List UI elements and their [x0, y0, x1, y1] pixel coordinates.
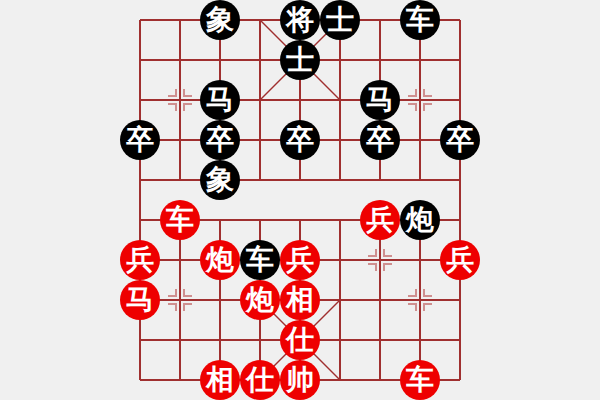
piece-black-soldier[interactable]: 卒: [360, 120, 400, 160]
xiangqi-board: 象将士车士马马卒卒卒卒卒象车兵炮兵炮车兵兵马炮相仕相仕帅车: [0, 0, 600, 400]
piece-red-horse[interactable]: 马: [120, 280, 160, 320]
piece-black-chariot[interactable]: 车: [400, 0, 440, 40]
piece-black-cannon[interactable]: 炮: [400, 200, 440, 240]
piece-black-elephant[interactable]: 象: [200, 160, 240, 200]
piece-black-soldier[interactable]: 卒: [440, 120, 480, 160]
piece-red-soldier[interactable]: 兵: [440, 240, 480, 280]
piece-black-general[interactable]: 将: [280, 0, 320, 40]
piece-red-chariot[interactable]: 车: [400, 360, 440, 400]
piece-black-soldier[interactable]: 卒: [200, 120, 240, 160]
piece-black-advisor[interactable]: 士: [320, 0, 360, 40]
piece-red-advisor[interactable]: 仕: [280, 320, 320, 360]
piece-red-soldier[interactable]: 兵: [120, 240, 160, 280]
piece-red-advisor[interactable]: 仕: [240, 360, 280, 400]
piece-red-cannon[interactable]: 炮: [200, 240, 240, 280]
piece-red-soldier[interactable]: 兵: [280, 240, 320, 280]
piece-black-soldier[interactable]: 卒: [120, 120, 160, 160]
piece-red-elephant[interactable]: 相: [280, 280, 320, 320]
piece-red-cannon[interactable]: 炮: [240, 280, 280, 320]
piece-red-king[interactable]: 帅: [280, 360, 320, 400]
piece-red-elephant[interactable]: 相: [200, 360, 240, 400]
piece-black-advisor[interactable]: 士: [280, 40, 320, 80]
piece-red-chariot[interactable]: 车: [160, 200, 200, 240]
piece-red-soldier[interactable]: 兵: [360, 200, 400, 240]
piece-black-soldier[interactable]: 卒: [280, 120, 320, 160]
piece-black-horse[interactable]: 马: [200, 80, 240, 120]
piece-black-elephant[interactable]: 象: [200, 0, 240, 40]
piece-black-chariot[interactable]: 车: [240, 240, 280, 280]
piece-black-horse[interactable]: 马: [360, 80, 400, 120]
pieces-layer: 象将士车士马马卒卒卒卒卒象车兵炮兵炮车兵兵马炮相仕相仕帅车: [0, 0, 600, 400]
